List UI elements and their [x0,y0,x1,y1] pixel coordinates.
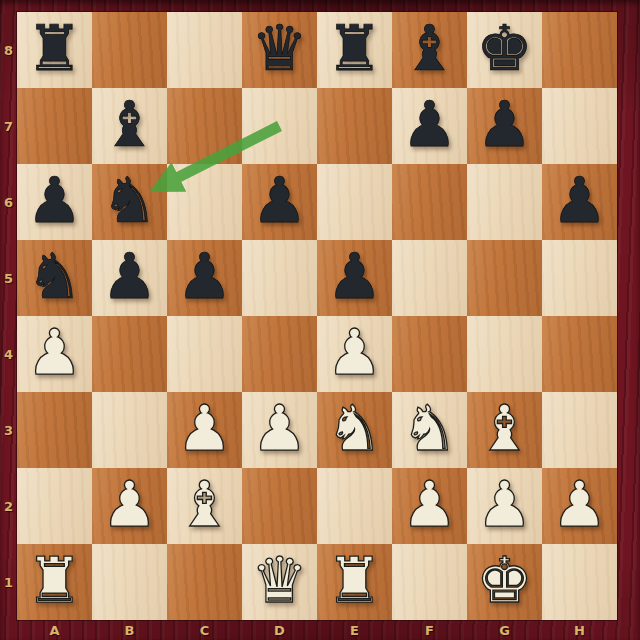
piece-black-rook-a8[interactable]: ♜ [26,17,82,80]
piece-black-pawn-e5[interactable]: ♟ [326,245,382,308]
piece-black-pawn-b5[interactable]: ♟ [101,245,157,308]
square-a3[interactable] [17,392,92,468]
chess-board: ♜♛♜♝♚♝♟♟♟♞♟♟♞♟♟♟♟♟♟♟♞♞♝♟♝♟♟♟♜♛♜♚ [17,12,617,620]
square-h8[interactable] [542,12,617,88]
piece-white-pawn-f2[interactable]: ♟ [401,473,457,536]
square-d8[interactable]: ♛ [242,12,317,88]
piece-white-pawn-e4[interactable]: ♟ [326,321,382,384]
file-label-f: F [392,620,467,640]
piece-black-pawn-g7[interactable]: ♟ [476,93,532,156]
square-f1[interactable] [392,544,467,620]
piece-white-knight-f3[interactable]: ♞ [401,397,457,460]
piece-black-king-g8[interactable]: ♚ [476,17,532,80]
square-b5[interactable]: ♟ [92,240,167,316]
square-e5[interactable]: ♟ [317,240,392,316]
square-g8[interactable]: ♚ [467,12,542,88]
square-g2[interactable]: ♟ [467,468,542,544]
piece-white-queen-d1[interactable]: ♛ [251,549,307,612]
board-frame: 87654321 ♜♛♜♝♚♝♟♟♟♞♟♟♞♟♟♟♟♟♟♟♞♞♝♟♝♟♟♟♜♛♜… [0,0,640,640]
piece-white-king-g1[interactable]: ♚ [476,549,532,612]
square-b3[interactable] [92,392,167,468]
square-e2[interactable] [317,468,392,544]
file-label-h: H [542,620,617,640]
square-b8[interactable] [92,12,167,88]
rank-label-1: 1 [0,544,17,620]
square-h6[interactable]: ♟ [542,164,617,240]
rank-label-5: 5 [0,240,17,316]
piece-white-pawn-d3[interactable]: ♟ [251,397,307,460]
piece-white-pawn-a4[interactable]: ♟ [26,321,82,384]
piece-white-pawn-h2[interactable]: ♟ [551,473,607,536]
file-labels: ABCDEFGH [17,620,617,640]
piece-white-rook-a1[interactable]: ♜ [26,549,82,612]
square-a7[interactable] [17,88,92,164]
square-h2[interactable]: ♟ [542,468,617,544]
square-c5[interactable]: ♟ [167,240,242,316]
square-h7[interactable] [542,88,617,164]
piece-white-pawn-g2[interactable]: ♟ [476,473,532,536]
square-c6[interactable] [167,164,242,240]
square-g1[interactable]: ♚ [467,544,542,620]
square-e8[interactable]: ♜ [317,12,392,88]
rank-label-7: 7 [0,88,17,164]
piece-white-rook-e1[interactable]: ♜ [326,549,382,612]
square-a8[interactable]: ♜ [17,12,92,88]
piece-black-pawn-f7[interactable]: ♟ [401,93,457,156]
square-c1[interactable] [167,544,242,620]
square-e1[interactable]: ♜ [317,544,392,620]
square-d4[interactable] [242,316,317,392]
piece-black-pawn-h6[interactable]: ♟ [551,169,607,232]
square-h4[interactable] [542,316,617,392]
piece-black-pawn-a6[interactable]: ♟ [26,169,82,232]
rank-label-4: 4 [0,316,17,392]
rank-label-3: 3 [0,392,17,468]
piece-black-pawn-c5[interactable]: ♟ [176,245,232,308]
file-label-a: A [17,620,92,640]
piece-black-pawn-d6[interactable]: ♟ [251,169,307,232]
rank-labels: 87654321 [0,12,17,620]
square-a2[interactable] [17,468,92,544]
file-label-c: C [167,620,242,640]
square-d1[interactable]: ♛ [242,544,317,620]
square-d5[interactable] [242,240,317,316]
square-b1[interactable] [92,544,167,620]
square-h1[interactable] [542,544,617,620]
square-e7[interactable] [317,88,392,164]
square-c4[interactable] [167,316,242,392]
square-h3[interactable] [542,392,617,468]
piece-white-bishop-g3[interactable]: ♝ [476,397,532,460]
square-d6[interactable]: ♟ [242,164,317,240]
square-h5[interactable] [542,240,617,316]
square-f7[interactable]: ♟ [392,88,467,164]
square-c3[interactable]: ♟ [167,392,242,468]
piece-white-pawn-c3[interactable]: ♟ [176,397,232,460]
piece-white-knight-e3[interactable]: ♞ [326,397,382,460]
square-g6[interactable] [467,164,542,240]
file-label-b: B [92,620,167,640]
piece-white-bishop-c2[interactable]: ♝ [176,473,232,536]
rank-label-8: 8 [0,12,17,88]
square-b4[interactable] [92,316,167,392]
square-e3[interactable]: ♞ [317,392,392,468]
rank-label-2: 2 [0,468,17,544]
square-b7[interactable]: ♝ [92,88,167,164]
square-a1[interactable]: ♜ [17,544,92,620]
square-b2[interactable]: ♟ [92,468,167,544]
square-e4[interactable]: ♟ [317,316,392,392]
square-f3[interactable]: ♞ [392,392,467,468]
square-f6[interactable] [392,164,467,240]
piece-black-bishop-f8[interactable]: ♝ [401,17,457,80]
square-f8[interactable]: ♝ [392,12,467,88]
square-c7[interactable] [167,88,242,164]
piece-black-knight-a5[interactable]: ♞ [26,245,82,308]
file-label-g: G [467,620,542,640]
rank-label-6: 6 [0,164,17,240]
square-e6[interactable] [317,164,392,240]
file-label-e: E [317,620,392,640]
square-g3[interactable]: ♝ [467,392,542,468]
square-g7[interactable]: ♟ [467,88,542,164]
square-f5[interactable] [392,240,467,316]
square-d3[interactable]: ♟ [242,392,317,468]
square-a5[interactable]: ♞ [17,240,92,316]
square-g5[interactable] [467,240,542,316]
piece-black-queen-d8[interactable]: ♛ [251,17,307,80]
piece-black-rook-e8[interactable]: ♜ [326,17,382,80]
square-c8[interactable] [167,12,242,88]
piece-black-bishop-b7[interactable]: ♝ [101,93,157,156]
square-b6[interactable]: ♞ [92,164,167,240]
square-f4[interactable] [392,316,467,392]
piece-black-knight-b6[interactable]: ♞ [101,169,157,232]
square-d7[interactable] [242,88,317,164]
square-d2[interactable] [242,468,317,544]
square-g4[interactable] [467,316,542,392]
square-a4[interactable]: ♟ [17,316,92,392]
square-c2[interactable]: ♝ [167,468,242,544]
file-label-d: D [242,620,317,640]
piece-white-pawn-b2[interactable]: ♟ [101,473,157,536]
square-f2[interactable]: ♟ [392,468,467,544]
square-a6[interactable]: ♟ [17,164,92,240]
